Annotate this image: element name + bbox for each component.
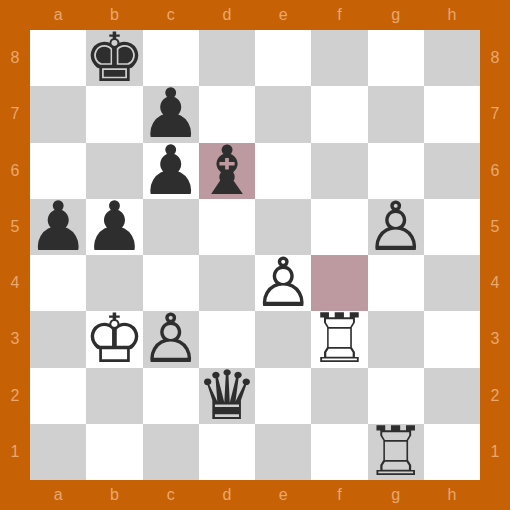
piece-wR-g1: ♖ xyxy=(365,418,426,486)
rank-label-1: 1 xyxy=(480,424,510,480)
rank-label-8: 8 xyxy=(480,30,510,86)
file-label-b: b xyxy=(86,480,142,510)
rank-label-5: 5 xyxy=(0,199,30,255)
square-c1[interactable] xyxy=(143,424,199,480)
square-e4[interactable]: ♙ xyxy=(255,255,311,311)
rank-label-1: 1 xyxy=(0,424,30,480)
square-a7[interactable] xyxy=(30,86,86,142)
rank-label-4: 4 xyxy=(480,255,510,311)
square-h3[interactable] xyxy=(424,311,480,367)
square-e1[interactable] xyxy=(255,424,311,480)
rank-label-3: 3 xyxy=(480,311,510,367)
square-d1[interactable] xyxy=(199,424,255,480)
square-f6[interactable] xyxy=(311,143,367,199)
square-d7[interactable] xyxy=(199,86,255,142)
piece-bP-c7: ♟ xyxy=(140,80,201,148)
square-h7[interactable] xyxy=(424,86,480,142)
square-f7[interactable] xyxy=(311,86,367,142)
piece-wP-g5: ♙ xyxy=(365,193,426,261)
square-c2[interactable] xyxy=(143,368,199,424)
square-c8[interactable] xyxy=(143,30,199,86)
file-label-c: c xyxy=(143,0,199,30)
square-g5[interactable]: ♙ xyxy=(368,199,424,255)
square-b4[interactable] xyxy=(86,255,142,311)
square-a3[interactable] xyxy=(30,311,86,367)
piece-wP-e4: ♙ xyxy=(253,249,314,317)
piece-wP-c3: ♙ xyxy=(140,305,201,373)
rank-label-5: 5 xyxy=(480,199,510,255)
file-label-f: f xyxy=(311,480,367,510)
square-e3[interactable] xyxy=(255,311,311,367)
file-label-c: c xyxy=(143,480,199,510)
rank-label-4: 4 xyxy=(0,255,30,311)
rank-label-7: 7 xyxy=(480,86,510,142)
square-e7[interactable] xyxy=(255,86,311,142)
square-h8[interactable] xyxy=(424,30,480,86)
square-c4[interactable] xyxy=(143,255,199,311)
square-e2[interactable] xyxy=(255,368,311,424)
square-f3[interactable]: ♖ xyxy=(311,311,367,367)
square-h2[interactable] xyxy=(424,368,480,424)
square-d8[interactable] xyxy=(199,30,255,86)
rank-label-3: 3 xyxy=(0,311,30,367)
square-c6[interactable]: ♟ xyxy=(143,143,199,199)
square-b1[interactable] xyxy=(86,424,142,480)
file-label-e: e xyxy=(255,480,311,510)
square-g6[interactable] xyxy=(368,143,424,199)
square-c7[interactable]: ♟ xyxy=(143,86,199,142)
square-h1[interactable] xyxy=(424,424,480,480)
square-a1[interactable] xyxy=(30,424,86,480)
square-d4[interactable] xyxy=(199,255,255,311)
square-d6[interactable]: ♝ xyxy=(199,143,255,199)
square-f1[interactable] xyxy=(311,424,367,480)
file-label-g: g xyxy=(368,480,424,510)
square-e5[interactable] xyxy=(255,199,311,255)
piece-bK-b8: ♚ xyxy=(84,24,145,92)
file-labels-top: abcdefgh xyxy=(30,0,480,30)
rank-label-2: 2 xyxy=(480,368,510,424)
square-b2[interactable] xyxy=(86,368,142,424)
square-h5[interactable] xyxy=(424,199,480,255)
square-b6[interactable] xyxy=(86,143,142,199)
square-a8[interactable] xyxy=(30,30,86,86)
square-f4[interactable] xyxy=(311,255,367,311)
square-a2[interactable] xyxy=(30,368,86,424)
file-label-h: h xyxy=(424,0,480,30)
square-f5[interactable] xyxy=(311,199,367,255)
rank-label-6: 6 xyxy=(480,143,510,199)
rank-label-6: 6 xyxy=(0,143,30,199)
file-label-d: d xyxy=(199,480,255,510)
square-b7[interactable] xyxy=(86,86,142,142)
square-h4[interactable] xyxy=(424,255,480,311)
square-h6[interactable] xyxy=(424,143,480,199)
rank-labels-right: 87654321 xyxy=(480,30,510,480)
file-label-f: f xyxy=(311,0,367,30)
square-b8[interactable]: ♚ xyxy=(86,30,142,86)
rank-label-2: 2 xyxy=(0,368,30,424)
square-g3[interactable] xyxy=(368,311,424,367)
square-e6[interactable] xyxy=(255,143,311,199)
piece-bQ-d2: ♛ xyxy=(196,362,257,430)
square-g4[interactable] xyxy=(368,255,424,311)
square-b3[interactable]: ♔ xyxy=(86,311,142,367)
square-d5[interactable] xyxy=(199,199,255,255)
rank-label-7: 7 xyxy=(0,86,30,142)
square-a5[interactable]: ♟ xyxy=(30,199,86,255)
file-label-h: h xyxy=(424,480,480,510)
square-g1[interactable]: ♖ xyxy=(368,424,424,480)
square-a6[interactable] xyxy=(30,143,86,199)
piece-bP-b5: ♟ xyxy=(84,193,145,261)
piece-bP-a5: ♟ xyxy=(28,193,89,261)
piece-bP-c6: ♟ xyxy=(140,137,201,205)
square-f8[interactable] xyxy=(311,30,367,86)
file-label-a: a xyxy=(30,480,86,510)
square-d2[interactable]: ♛ xyxy=(199,368,255,424)
square-b5[interactable]: ♟ xyxy=(86,199,142,255)
file-label-a: a xyxy=(30,0,86,30)
rank-labels-left: 87654321 xyxy=(0,30,30,480)
file-label-d: d xyxy=(199,0,255,30)
square-g7[interactable] xyxy=(368,86,424,142)
file-labels-bottom: abcdefgh xyxy=(30,480,480,510)
piece-wK-b3: ♔ xyxy=(84,305,145,373)
square-a4[interactable] xyxy=(30,255,86,311)
square-c3[interactable]: ♙ xyxy=(143,311,199,367)
square-e8[interactable] xyxy=(255,30,311,86)
file-label-g: g xyxy=(368,0,424,30)
square-g8[interactable] xyxy=(368,30,424,86)
file-label-b: b xyxy=(86,0,142,30)
file-label-e: e xyxy=(255,0,311,30)
square-g2[interactable] xyxy=(368,368,424,424)
square-c5[interactable] xyxy=(143,199,199,255)
rank-label-8: 8 xyxy=(0,30,30,86)
square-f2[interactable] xyxy=(311,368,367,424)
square-d3[interactable] xyxy=(199,311,255,367)
chess-board: ♚♟♟♝♟♟♙♙♔♙♖♛♖ xyxy=(30,30,480,480)
piece-wR-f3: ♖ xyxy=(309,305,370,373)
chess-board-frame: abcdefgh 87654321 87654321 abcdefgh ♚♟♟♝… xyxy=(0,0,510,510)
piece-bB-d6: ♝ xyxy=(196,137,257,205)
